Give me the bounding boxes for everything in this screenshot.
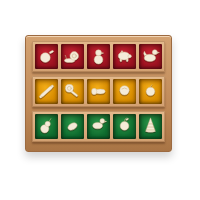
tray-bottom	[32, 111, 165, 142]
figurine-snail[interactable]	[61, 44, 84, 69]
figurine-rolling-pin[interactable]	[35, 79, 58, 104]
figurine-snowman[interactable]	[87, 44, 110, 69]
wooden-box	[25, 35, 172, 152]
figurine-ball[interactable]	[35, 44, 58, 69]
compartment-r3c1[interactable]	[35, 114, 58, 139]
compartment-r2c3[interactable]	[87, 79, 110, 104]
figurine-pan[interactable]	[61, 79, 84, 104]
compartment-r1c3[interactable]	[87, 44, 110, 69]
compartment-r2c4[interactable]	[113, 79, 136, 104]
figurine-duck[interactable]	[139, 44, 162, 69]
tray-middle	[32, 76, 165, 107]
photo-backdrop	[0, 0, 200, 200]
compartment-r3c4[interactable]	[113, 114, 136, 139]
figurine-onion[interactable]	[139, 79, 162, 104]
tray-top	[32, 41, 165, 72]
compartment-r3c3[interactable]	[87, 114, 110, 139]
compartment-r3c2[interactable]	[61, 114, 84, 139]
compartment-r2c1[interactable]	[35, 79, 58, 104]
compartment-r1c2[interactable]	[61, 44, 84, 69]
figurine-apple[interactable]	[113, 114, 136, 139]
compartment-r1c5[interactable]	[139, 44, 162, 69]
figurine-tree[interactable]	[139, 114, 162, 139]
figurine-lemon[interactable]	[61, 114, 84, 139]
compartment-r3c5[interactable]	[139, 114, 162, 139]
figurine-pig[interactable]	[113, 44, 136, 69]
compartment-r1c1[interactable]	[35, 44, 58, 69]
figurine-mushroom[interactable]	[87, 79, 110, 104]
compartment-r2c2[interactable]	[61, 79, 84, 104]
figurine-swan[interactable]	[87, 114, 110, 139]
compartment-r2c5[interactable]	[139, 79, 162, 104]
compartment-r1c4[interactable]	[113, 44, 136, 69]
figurine-pear[interactable]	[35, 114, 58, 139]
figurine-bun[interactable]	[113, 79, 136, 104]
